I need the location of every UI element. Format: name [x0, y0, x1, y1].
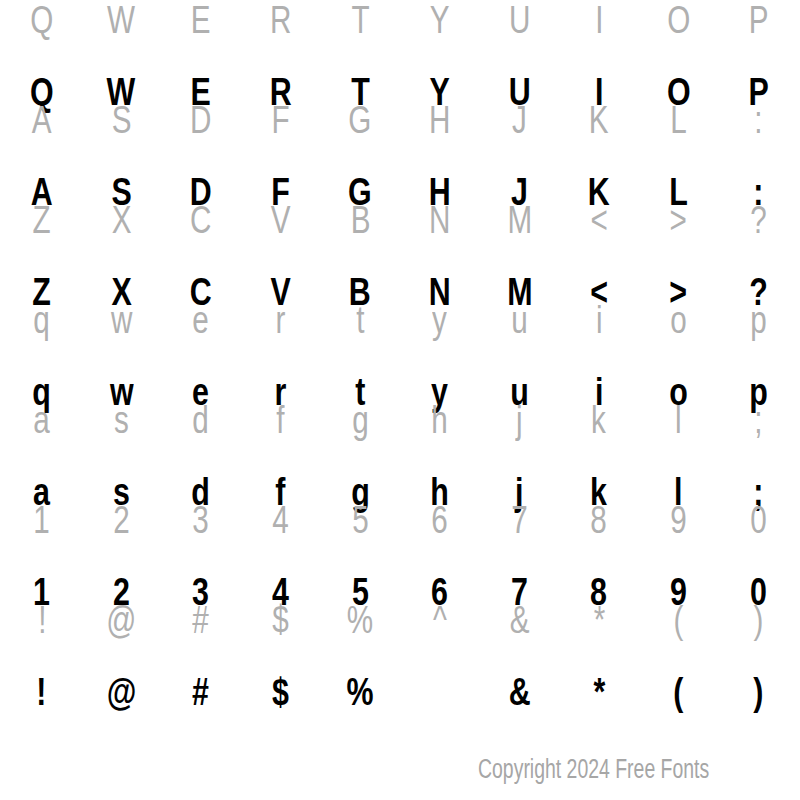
glyph-char: t [355, 373, 365, 411]
glyph-char: L [669, 173, 688, 211]
reference-cell: y [400, 301, 480, 347]
reference-cell: I [559, 1, 639, 47]
reference-char: 5 [352, 501, 368, 539]
glyph-row: 1234567890 [2, 573, 798, 619]
glyph-cell: N [400, 273, 480, 319]
reference-char: t [356, 301, 364, 339]
glyph-cell: 8 [559, 573, 639, 619]
glyph-char: * [593, 673, 605, 711]
reference-char: d [193, 401, 209, 439]
reference-row: !@#$%^&*() [2, 601, 798, 647]
glyph-char: l [674, 473, 682, 511]
reference-char: k [592, 401, 607, 439]
glyph-char: T [351, 73, 370, 111]
reference-cell: ? [718, 201, 798, 247]
reference-cell: : [718, 101, 798, 147]
reference-char: U [509, 1, 530, 39]
glyph-char: i [595, 373, 603, 411]
glyph-cell: R [241, 73, 321, 119]
glyph-char: 3 [193, 573, 210, 611]
glyph-char: 4 [272, 573, 289, 611]
glyph-char: C [190, 273, 212, 311]
glyph-cell: B [320, 273, 400, 319]
glyph-cell: W [82, 73, 162, 119]
glyph-cell: g [320, 473, 400, 519]
glyph-cell: G [320, 173, 400, 219]
glyph-cell: j [480, 473, 560, 519]
glyph-row: ASDFGHJKL: [2, 173, 798, 219]
glyph-cell: C [161, 273, 241, 319]
reference-cell: W [82, 1, 162, 47]
reference-char: R [270, 1, 291, 39]
glyph-cell: < [559, 273, 639, 319]
reference-cell: ! [2, 601, 82, 647]
glyph-cell: P [718, 73, 798, 119]
reference-cell: X [82, 201, 162, 247]
glyph-char: 8 [591, 573, 608, 611]
reference-char: N [429, 201, 450, 239]
reference-char: 9 [670, 501, 686, 539]
glyph-cell: 1 [2, 573, 82, 619]
reference-char: & [509, 601, 529, 639]
reference-char: 7 [511, 501, 527, 539]
reference-char: C [190, 201, 211, 239]
glyph-char: H [429, 173, 451, 211]
glyph-char: 2 [113, 573, 130, 611]
glyph-char: u [510, 373, 529, 411]
glyph-char: & [508, 673, 530, 711]
reference-char: D [190, 101, 211, 139]
glyph-char: g [351, 473, 370, 511]
reference-cell: J [480, 101, 560, 147]
reference-char: H [429, 101, 450, 139]
glyph-cell: Q [2, 73, 82, 119]
glyph-char: A [31, 173, 53, 211]
glyph-cell: 5 [320, 573, 400, 619]
reference-cell: > [639, 201, 719, 247]
glyph-cell: A [2, 173, 82, 219]
glyph-cell: l [639, 473, 719, 519]
reference-char: % [347, 601, 373, 639]
glyph-char: 0 [750, 573, 767, 611]
reference-row: qwertyuiop [2, 301, 798, 347]
reference-char: 4 [272, 501, 288, 539]
glyph-cell: e [161, 373, 241, 419]
glyph-cell: L [639, 173, 719, 219]
glyph-cell: k [559, 473, 639, 519]
glyph-cell: w [82, 373, 162, 419]
reference-cell: 7 [480, 501, 560, 547]
glyph-char: G [348, 173, 372, 211]
glyph-cell: I [559, 73, 639, 119]
character-map: QWERTYUIOPQWERTYUIOPASDFGHJKL:ASDFGHJKL:… [0, 0, 800, 800]
reference-char: E [191, 1, 211, 39]
glyph-char: 1 [33, 573, 50, 611]
reference-char: J [512, 101, 527, 139]
glyph-cell: q [2, 373, 82, 419]
reference-cell: l [639, 401, 719, 447]
reference-char: X [111, 201, 131, 239]
glyph-char: < [590, 273, 608, 311]
glyph-cell: % [320, 673, 400, 719]
glyph-char: R [270, 73, 292, 111]
glyph-char: I [595, 73, 603, 111]
glyph-cell: S [82, 173, 162, 219]
reference-cell: B [320, 201, 400, 247]
glyph-cell: @ [82, 673, 162, 719]
reference-cell: 1 [2, 501, 82, 547]
glyph-cell: & [480, 673, 560, 719]
reference-char: G [349, 101, 372, 139]
reference-cell: 2 [82, 501, 162, 547]
reference-cell: 0 [718, 501, 798, 547]
reference-char: 6 [432, 501, 448, 539]
glyph-char: F [271, 173, 290, 211]
reference-cell: w [82, 301, 162, 347]
glyph-char: ) [753, 673, 763, 711]
glyph-char: h [430, 473, 449, 511]
glyph-cell: F [241, 173, 321, 219]
glyph-char: ; [753, 473, 763, 511]
reference-cell: u [480, 301, 560, 347]
reference-cell: a [2, 401, 82, 447]
reference-char: f [276, 401, 284, 439]
glyph-char: 6 [431, 573, 448, 611]
reference-char: g [352, 401, 368, 439]
reference-cell: s [82, 401, 162, 447]
reference-cell: R [241, 1, 321, 47]
glyph-char: 5 [352, 573, 369, 611]
reference-char: u [511, 301, 527, 339]
glyph-char: K [588, 173, 610, 211]
glyph-char: O [667, 73, 691, 111]
reference-char: L [670, 101, 686, 139]
reference-char: V [271, 201, 291, 239]
glyph-cell: ( [639, 673, 719, 719]
glyph-cell: U [480, 73, 560, 119]
reference-char: q [34, 301, 50, 339]
reference-row: QWERTYUIOP [2, 1, 798, 47]
reference-cell: # [161, 601, 241, 647]
reference-char: A [32, 101, 52, 139]
reference-row: asdfghjkl; [2, 401, 798, 447]
reference-cell: T [320, 1, 400, 47]
reference-cell: e [161, 301, 241, 347]
reference-char: ? [750, 201, 766, 239]
glyph-cell: K [559, 173, 639, 219]
glyph-char: U [508, 73, 530, 111]
reference-char: a [34, 401, 50, 439]
reference-cell: 5 [320, 501, 400, 547]
reference-cell: f [241, 401, 321, 447]
glyph-char: @ [107, 673, 137, 711]
reference-cell: V [241, 201, 321, 247]
reference-row: 1234567890 [2, 501, 798, 547]
reference-char: 2 [113, 501, 129, 539]
reference-cell: $ [241, 601, 321, 647]
glyph-char: 9 [670, 573, 687, 611]
glyph-char: ( [674, 673, 684, 711]
glyph-cell: * [559, 673, 639, 719]
reference-char: @ [106, 601, 136, 639]
reference-char: F [272, 101, 290, 139]
reference-char: ! [38, 601, 46, 639]
reference-cell: o [639, 301, 719, 347]
glyph-cell: D [161, 173, 241, 219]
glyph-cell: t [320, 373, 400, 419]
reference-char: 1 [34, 501, 50, 539]
reference-cell: * [559, 601, 639, 647]
reference-char: K [589, 101, 609, 139]
glyph-char: M [507, 273, 532, 311]
reference-char: y [432, 301, 447, 339]
glyph-char: Z [33, 273, 52, 311]
reference-char: I [595, 1, 603, 39]
reference-cell: 4 [241, 501, 321, 547]
reference-cell: q [2, 301, 82, 347]
glyph-char: j [515, 473, 523, 511]
glyph-char: y [431, 373, 448, 411]
reference-cell: 6 [400, 501, 480, 547]
reference-char: j [516, 401, 523, 439]
reference-cell: K [559, 101, 639, 147]
glyph-char: E [191, 73, 211, 111]
reference-char: Y [430, 1, 450, 39]
glyph-cell: T [320, 73, 400, 119]
reference-cell: A [2, 101, 82, 147]
glyph-char: o [669, 373, 688, 411]
glyph-char: r [275, 373, 287, 411]
reference-char: W [107, 1, 135, 39]
glyph-char: w [110, 373, 134, 411]
glyph-char: > [670, 273, 688, 311]
reference-cell: H [400, 101, 480, 147]
glyph-cell: y [400, 373, 480, 419]
glyph-char: Y [430, 73, 450, 111]
reference-char: 3 [193, 501, 209, 539]
glyph-char: s [113, 473, 130, 511]
glyph-char: X [111, 273, 131, 311]
glyph-cell: 6 [400, 573, 480, 619]
glyph-cell: s [82, 473, 162, 519]
reference-cell: t [320, 301, 400, 347]
glyph-cell: V [241, 273, 321, 319]
glyph-cell: Y [400, 73, 480, 119]
reference-char: s [114, 401, 129, 439]
reference-cell: O [639, 1, 719, 47]
glyph-cell: H [400, 173, 480, 219]
reference-char: r [276, 301, 286, 339]
glyph-char: $ [272, 673, 289, 711]
glyph-cell: M [480, 273, 560, 319]
glyph-row: QWERTYUIOP [2, 73, 798, 119]
reference-char: o [670, 301, 686, 339]
reference-cell: C [161, 201, 241, 247]
glyph-cell: X [82, 273, 162, 319]
glyph-char: f [276, 473, 286, 511]
glyph-char: V [270, 273, 290, 311]
glyph-char: W [107, 73, 136, 111]
glyph-char: 7 [511, 573, 528, 611]
glyph-char: k [591, 473, 608, 511]
glyph-cell: # [161, 673, 241, 719]
reference-char: * [593, 601, 605, 639]
glyph-char: e [193, 373, 210, 411]
reference-cell: L [639, 101, 719, 147]
reference-cell: Z [2, 201, 82, 247]
glyph-cell: O [639, 73, 719, 119]
glyph-char: q [33, 373, 52, 411]
glyph-cell: h [400, 473, 480, 519]
reference-cell: Y [400, 1, 480, 47]
reference-char: > [670, 201, 687, 239]
reference-char: ^ [433, 601, 447, 639]
reference-cell: 8 [559, 501, 639, 547]
glyph-cell: 0 [718, 573, 798, 619]
reference-char: l [675, 401, 682, 439]
reference-char: 0 [750, 501, 766, 539]
glyph-char: D [190, 173, 212, 211]
reference-cell: r [241, 301, 321, 347]
reference-cell: N [400, 201, 480, 247]
glyph-cell: 7 [480, 573, 560, 619]
glyph-cell: ) [718, 673, 798, 719]
glyph-char: % [347, 673, 374, 711]
glyph-cell: 9 [639, 573, 719, 619]
glyph-cell: u [480, 373, 560, 419]
reference-char: ) [753, 601, 763, 639]
reference-cell: & [480, 601, 560, 647]
reference-char: ( [674, 601, 684, 639]
reference-cell: S [82, 101, 162, 147]
glyph-cell: : [718, 173, 798, 219]
reference-row: ZXCVBNM<>? [2, 201, 798, 247]
reference-char: B [350, 201, 370, 239]
glyph-cell: i [559, 373, 639, 419]
reference-char: ; [754, 401, 762, 439]
reference-row: ASDFGHJKL: [2, 101, 798, 147]
reference-cell: j [480, 401, 560, 447]
glyph-cell: p [718, 373, 798, 419]
copyright-text: Copyright 2024 Free Fonts [478, 754, 709, 785]
reference-char: i [596, 301, 603, 339]
glyph-row: ZXCVBNM<>? [2, 273, 798, 319]
glyph-char: ! [37, 673, 47, 711]
reference-cell: Q [2, 1, 82, 47]
glyph-char: ? [749, 273, 768, 311]
reference-cell: F [241, 101, 321, 147]
glyph-char: p [749, 373, 768, 411]
reference-cell: E [161, 1, 241, 47]
reference-cell: h [400, 401, 480, 447]
reference-char: Q [30, 1, 53, 39]
reference-cell: ; [718, 401, 798, 447]
reference-char: : [754, 101, 762, 139]
reference-char: < [590, 201, 607, 239]
reference-cell: ( [639, 601, 719, 647]
reference-cell: < [559, 201, 639, 247]
glyph-char: N [429, 273, 451, 311]
reference-char: w [111, 301, 132, 339]
glyph-row: !@#$%&*() [2, 673, 798, 719]
glyph-cell: E [161, 73, 241, 119]
reference-cell: G [320, 101, 400, 147]
glyph-cell: ! [2, 673, 82, 719]
glyph-char: J [511, 173, 528, 211]
glyph-cell: 4 [241, 573, 321, 619]
glyph-cell: > [639, 273, 719, 319]
reference-char: Z [33, 201, 51, 239]
glyph-cell: a [2, 473, 82, 519]
reference-cell: @ [82, 601, 162, 647]
glyph-char: # [193, 673, 210, 711]
reference-cell: P [718, 1, 798, 47]
reference-cell: 9 [639, 501, 719, 547]
glyph-cell: o [639, 373, 719, 419]
reference-char: p [750, 301, 766, 339]
glyph-char: B [349, 273, 371, 311]
reference-cell: M [480, 201, 560, 247]
glyph-cell: r [241, 373, 321, 419]
reference-cell: D [161, 101, 241, 147]
glyph-char: d [192, 473, 211, 511]
glyph-char: P [748, 73, 768, 111]
glyph-cell: $ [241, 673, 321, 719]
reference-cell: 3 [161, 501, 241, 547]
glyph-char: a [33, 473, 50, 511]
glyph-cell [400, 673, 480, 719]
reference-char: h [432, 401, 448, 439]
glyph-char: S [111, 173, 131, 211]
reference-char: 8 [591, 501, 607, 539]
reference-cell: ^ [400, 601, 480, 647]
reference-cell: d [161, 401, 241, 447]
glyph-cell: Z [2, 273, 82, 319]
glyph-cell: 3 [161, 573, 241, 619]
reference-cell: U [480, 1, 560, 47]
glyph-cell: ? [718, 273, 798, 319]
reference-cell: ) [718, 601, 798, 647]
glyph-char: : [753, 173, 763, 211]
glyph-cell: ; [718, 473, 798, 519]
glyph-row: qwertyuiop [2, 373, 798, 419]
reference-char: O [667, 1, 690, 39]
reference-char: $ [272, 601, 288, 639]
reference-cell: i [559, 301, 639, 347]
reference-char: S [111, 101, 131, 139]
glyph-cell: d [161, 473, 241, 519]
reference-char: T [351, 1, 369, 39]
reference-char: # [193, 601, 209, 639]
reference-char: M [507, 201, 532, 239]
glyph-cell: J [480, 173, 560, 219]
reference-char: e [193, 301, 209, 339]
glyph-char: Q [30, 73, 54, 111]
reference-cell: g [320, 401, 400, 447]
glyph-row: asdfghjkl; [2, 473, 798, 519]
glyph-cell: f [241, 473, 321, 519]
reference-cell: % [320, 601, 400, 647]
glyph-cell: 2 [82, 573, 162, 619]
reference-cell: p [718, 301, 798, 347]
reference-char: P [748, 1, 768, 39]
reference-cell: k [559, 401, 639, 447]
